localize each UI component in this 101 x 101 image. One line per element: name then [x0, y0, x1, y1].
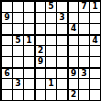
- cell-r7c5-empty[interactable]: [46, 68, 56, 78]
- cell-r1c8-given[interactable]: 7: [79, 2, 89, 12]
- cell-r9c1-empty[interactable]: [2, 90, 12, 100]
- cell-r5c1-empty[interactable]: [2, 46, 12, 56]
- cell-r3c3-empty[interactable]: [24, 24, 34, 34]
- cell-r8c9-empty[interactable]: [90, 79, 100, 89]
- cell-r4c4-empty[interactable]: [35, 35, 45, 45]
- cell-r4c2-given[interactable]: 5: [13, 35, 23, 45]
- cell-r2c4-empty[interactable]: [35, 13, 45, 23]
- cell-r4c8-empty[interactable]: [79, 35, 89, 45]
- cell-r5c3-empty[interactable]: [24, 46, 34, 56]
- cell-r7c7-given[interactable]: 9: [68, 68, 78, 78]
- cell-r9c9-empty[interactable]: [90, 90, 100, 100]
- cell-r5c2-empty[interactable]: [13, 46, 23, 56]
- cell-r7c8-given[interactable]: 3: [79, 68, 89, 78]
- cell-r4c5-empty[interactable]: [46, 35, 56, 45]
- cell-r3c7-given[interactable]: 4: [68, 24, 78, 34]
- cell-r2c2-empty[interactable]: [13, 13, 23, 23]
- sudoku-puzzle: 57193451429693312: [0, 0, 101, 101]
- cell-r2c3-empty[interactable]: [24, 13, 34, 23]
- cell-r5c7-empty[interactable]: [68, 46, 78, 56]
- cell-r1c9-given[interactable]: 1: [90, 2, 100, 12]
- cell-r8c5-given[interactable]: 1: [46, 79, 56, 89]
- cell-r6c8-empty[interactable]: [79, 57, 89, 67]
- cell-r7c2-empty[interactable]: [13, 68, 23, 78]
- cell-r5c6-empty[interactable]: [57, 46, 67, 56]
- cell-r9c6-empty[interactable]: [57, 90, 67, 100]
- cell-r1c2-empty[interactable]: [13, 2, 23, 12]
- cell-r6c9-empty[interactable]: [90, 57, 100, 67]
- cell-r8c7-empty[interactable]: [68, 79, 78, 89]
- cell-r4c7-empty[interactable]: [68, 35, 78, 45]
- sudoku-board: 57193451429693312: [0, 0, 101, 101]
- cell-r5c9-empty[interactable]: [90, 46, 100, 56]
- cell-r4c6-empty[interactable]: [57, 35, 67, 45]
- cell-r4c3-given[interactable]: 1: [24, 35, 34, 45]
- cell-r3c6-empty[interactable]: [57, 24, 67, 34]
- cell-r8c3-empty[interactable]: [24, 79, 34, 89]
- cell-r6c1-empty[interactable]: [2, 57, 12, 67]
- cell-r2c7-empty[interactable]: [68, 13, 78, 23]
- cell-r2c1-given[interactable]: 9: [2, 13, 12, 23]
- cell-r8c1-empty[interactable]: [2, 79, 12, 89]
- cell-r8c4-empty[interactable]: [35, 79, 45, 89]
- cell-r2c6-given[interactable]: 3: [57, 13, 67, 23]
- cell-r5c5-empty[interactable]: [46, 46, 56, 56]
- cell-r7c4-empty[interactable]: [35, 68, 45, 78]
- cell-r9c3-empty[interactable]: [24, 90, 34, 100]
- cell-r9c2-empty[interactable]: [13, 90, 23, 100]
- cell-r2c5-empty[interactable]: [46, 13, 56, 23]
- cell-r3c1-empty[interactable]: [2, 24, 12, 34]
- cell-r1c6-empty[interactable]: [57, 2, 67, 12]
- cell-r6c3-empty[interactable]: [24, 57, 34, 67]
- cell-r3c2-empty[interactable]: [13, 24, 23, 34]
- cell-r9c7-given[interactable]: 2: [68, 90, 78, 100]
- cell-r7c1-given[interactable]: 6: [2, 68, 12, 78]
- cell-r3c8-empty[interactable]: [79, 24, 89, 34]
- cell-r9c8-empty[interactable]: [79, 90, 89, 100]
- cell-r9c5-empty[interactable]: [46, 90, 56, 100]
- cell-r8c2-given[interactable]: 3: [13, 79, 23, 89]
- cell-r3c5-empty[interactable]: [46, 24, 56, 34]
- cell-r1c3-empty[interactable]: [24, 2, 34, 12]
- cell-r6c6-empty[interactable]: [57, 57, 67, 67]
- cell-r3c9-empty[interactable]: [90, 24, 100, 34]
- cell-r5c4-given[interactable]: 2: [35, 46, 45, 56]
- cell-r1c4-empty[interactable]: [35, 2, 45, 12]
- cell-r4c1-empty[interactable]: [2, 35, 12, 45]
- cell-r7c9-empty[interactable]: [90, 68, 100, 78]
- cell-r6c2-empty[interactable]: [13, 57, 23, 67]
- cell-r1c1-empty[interactable]: [2, 2, 12, 12]
- cell-r6c7-empty[interactable]: [68, 57, 78, 67]
- cell-r7c3-empty[interactable]: [24, 68, 34, 78]
- cell-r6c5-empty[interactable]: [46, 57, 56, 67]
- cell-r3c4-empty[interactable]: [35, 24, 45, 34]
- cell-r1c5-given[interactable]: 5: [46, 2, 56, 12]
- cell-r2c9-empty[interactable]: [90, 13, 100, 23]
- cell-r1c7-empty[interactable]: [68, 2, 78, 12]
- cell-r2c8-empty[interactable]: [79, 13, 89, 23]
- cell-r7c6-empty[interactable]: [57, 68, 67, 78]
- cell-r8c8-empty[interactable]: [79, 79, 89, 89]
- cell-r8c6-empty[interactable]: [57, 79, 67, 89]
- cell-r4c9-given[interactable]: 4: [90, 35, 100, 45]
- cell-r9c4-empty[interactable]: [35, 90, 45, 100]
- cell-r5c8-empty[interactable]: [79, 46, 89, 56]
- cell-r6c4-given[interactable]: 9: [35, 57, 45, 67]
